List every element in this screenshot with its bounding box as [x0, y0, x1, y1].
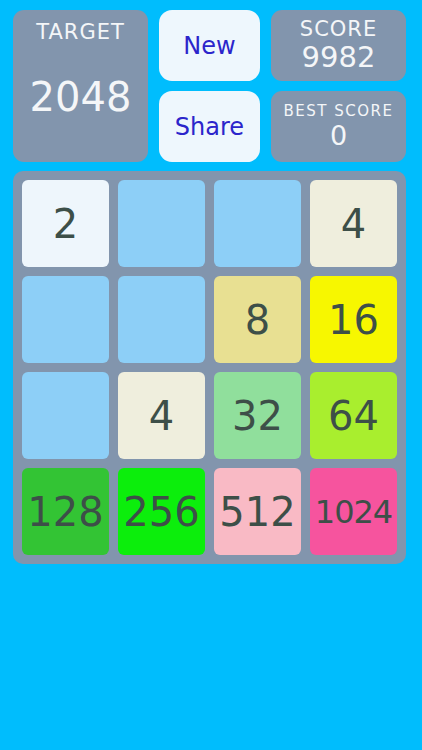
- tile-4: 4: [118, 372, 205, 459]
- tile-4: 4: [310, 180, 397, 267]
- new-game-button[interactable]: New: [159, 10, 260, 81]
- empty-cell: [118, 276, 205, 363]
- target-label: TARGET: [36, 10, 125, 45]
- empty-cell: [22, 276, 109, 363]
- tile-8: 8: [214, 276, 301, 363]
- score-panel: SCORE 9982: [271, 10, 406, 81]
- app-root: TARGET 2048 New Share SCORE 9982 BEST SC…: [0, 0, 422, 750]
- best-score-panel: BEST SCORE 0: [271, 91, 406, 162]
- tile-16: 16: [310, 276, 397, 363]
- empty-cell: [118, 180, 205, 267]
- score-label: SCORE: [300, 17, 377, 42]
- score-value: 9982: [302, 42, 376, 74]
- score-column: SCORE 9982 BEST SCORE 0: [271, 10, 406, 162]
- target-panel: TARGET 2048: [13, 10, 148, 162]
- share-button[interactable]: Share: [159, 91, 260, 162]
- tile-256: 256: [118, 468, 205, 555]
- header: TARGET 2048 New Share SCORE 9982 BEST SC…: [0, 0, 422, 162]
- empty-cell: [214, 180, 301, 267]
- tile-32: 32: [214, 372, 301, 459]
- best-score-label: BEST SCORE: [284, 102, 394, 120]
- tile-64: 64: [310, 372, 397, 459]
- tile-2: 2: [22, 180, 109, 267]
- board[interactable]: 24816432641282565121024: [13, 171, 406, 564]
- button-column: New Share: [159, 10, 260, 162]
- empty-cell: [22, 372, 109, 459]
- tile-512: 512: [214, 468, 301, 555]
- best-score-value: 0: [330, 120, 347, 151]
- tile-1024: 1024: [310, 468, 397, 555]
- target-value: 2048: [30, 45, 132, 162]
- tile-128: 128: [22, 468, 109, 555]
